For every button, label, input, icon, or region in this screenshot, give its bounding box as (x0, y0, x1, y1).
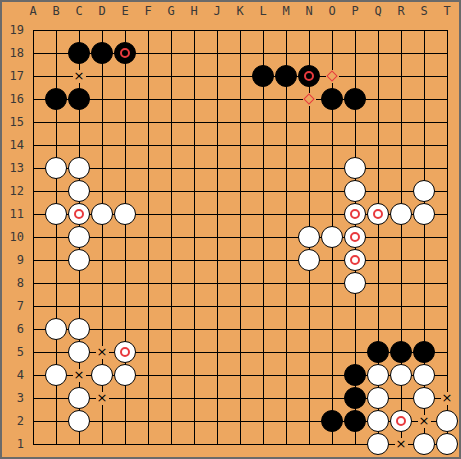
stone-white-S1[interactable] (413, 433, 435, 455)
stone-white-N9[interactable] (298, 249, 320, 271)
stone-white-T2[interactable] (436, 410, 458, 432)
col-label-M: M (275, 2, 298, 19)
col-label-H: H (183, 2, 206, 19)
x-mark-T3: × (441, 392, 454, 405)
stone-black-E18[interactable] (114, 42, 136, 64)
stone-white-R4[interactable] (390, 364, 412, 386)
stone-white-C3[interactable] (68, 387, 90, 409)
col-label-N: N (298, 2, 321, 19)
x-mark-C17: × (73, 70, 86, 83)
col-label-K: K (229, 2, 252, 19)
circle-mark-P9 (350, 255, 360, 265)
col-label-R: R (390, 2, 413, 19)
x-mark-C4: × (73, 369, 86, 382)
diamond-mark-O17 (326, 70, 339, 83)
stone-white-C9[interactable] (68, 249, 90, 271)
stone-white-B6[interactable] (45, 318, 67, 340)
stone-white-E11[interactable] (114, 203, 136, 225)
circle-mark-R2 (396, 416, 406, 426)
x-mark-D3: × (96, 392, 109, 405)
stone-white-B13[interactable] (45, 157, 67, 179)
x-mark-S2: × (418, 415, 431, 428)
stone-white-S12[interactable] (413, 180, 435, 202)
stone-white-S11[interactable] (413, 203, 435, 225)
stone-black-R5[interactable] (390, 341, 412, 363)
diamond-mark-shape (303, 93, 314, 104)
col-label-A: A (22, 2, 45, 19)
col-label-J: J (206, 2, 229, 19)
col-label-E: E (114, 2, 137, 19)
stone-white-C5[interactable] (68, 341, 90, 363)
col-label-S: S (413, 2, 436, 19)
circle-mark-P11 (350, 209, 360, 219)
circle-mark-N17 (304, 71, 314, 81)
stone-white-C6[interactable] (68, 318, 90, 340)
stone-white-C11[interactable] (68, 203, 90, 225)
col-label-T: T (436, 2, 459, 19)
stone-white-C2[interactable] (68, 410, 90, 432)
stone-black-O16[interactable] (321, 88, 343, 110)
column-labels: ABCDEFGHJKLMNOPQRST (22, 2, 459, 19)
go-diagram: ABCDEFGHJKLMNOPQRST 19181716151413121110… (0, 0, 461, 459)
col-label-D: D (91, 2, 114, 19)
circle-mark-Q11 (373, 209, 383, 219)
circle-mark-E5 (120, 347, 130, 357)
stone-white-P11[interactable] (344, 203, 366, 225)
stone-black-P16[interactable] (344, 88, 366, 110)
stone-black-S5[interactable] (413, 341, 435, 363)
col-label-G: G (160, 2, 183, 19)
stone-black-C18[interactable] (68, 42, 90, 64)
stone-white-D11[interactable] (91, 203, 113, 225)
col-label-C: C (68, 2, 91, 19)
stone-black-D18[interactable] (91, 42, 113, 64)
circle-mark-P10 (350, 232, 360, 242)
stone-black-Q5[interactable] (367, 341, 389, 363)
stone-white-B4[interactable] (45, 364, 67, 386)
col-label-L: L (252, 2, 275, 19)
stone-white-B11[interactable] (45, 203, 67, 225)
col-label-B: B (45, 2, 68, 19)
col-label-Q: Q (367, 2, 390, 19)
stone-white-P12[interactable] (344, 180, 366, 202)
stone-white-P13[interactable] (344, 157, 366, 179)
stone-white-D4[interactable] (91, 364, 113, 386)
stone-white-Q2[interactable] (367, 410, 389, 432)
stone-white-R11[interactable] (390, 203, 412, 225)
x-mark-D5: × (96, 346, 109, 359)
stone-white-E5[interactable] (114, 341, 136, 363)
stone-white-R2[interactable] (390, 410, 412, 432)
stone-white-C10[interactable] (68, 226, 90, 248)
stone-white-Q4[interactable] (367, 364, 389, 386)
diamond-mark-N16 (303, 93, 316, 106)
stone-white-S4[interactable] (413, 364, 435, 386)
stone-white-C13[interactable] (68, 157, 90, 179)
stone-white-Q11[interactable] (367, 203, 389, 225)
stone-white-P8[interactable] (344, 272, 366, 294)
stone-white-P10[interactable] (344, 226, 366, 248)
circle-mark-E18 (120, 48, 130, 58)
x-mark-R1: × (395, 438, 408, 451)
stone-black-P3[interactable] (344, 387, 366, 409)
stone-black-N17[interactable] (298, 65, 320, 87)
stone-black-L17[interactable] (252, 65, 274, 87)
diamond-mark-shape (326, 70, 337, 81)
stone-white-Q1[interactable] (367, 433, 389, 455)
stone-black-B16[interactable] (45, 88, 67, 110)
stone-black-C16[interactable] (68, 88, 90, 110)
stone-black-P2[interactable] (344, 410, 366, 432)
stone-black-M17[interactable] (275, 65, 297, 87)
stone-white-E4[interactable] (114, 364, 136, 386)
stone-white-T1[interactable] (436, 433, 458, 455)
stone-white-S3[interactable] (413, 387, 435, 409)
go-board[interactable]: ××××××× (22, 19, 459, 456)
col-label-O: O (321, 2, 344, 19)
stone-black-O2[interactable] (321, 410, 343, 432)
stone-white-N10[interactable] (298, 226, 320, 248)
col-label-F: F (137, 2, 160, 19)
circle-mark-C11 (74, 209, 84, 219)
col-label-P: P (344, 2, 367, 19)
stone-white-O10[interactable] (321, 226, 343, 248)
stone-white-P9[interactable] (344, 249, 366, 271)
stone-white-C12[interactable] (68, 180, 90, 202)
stone-white-Q3[interactable] (367, 387, 389, 409)
stone-black-P4[interactable] (344, 364, 366, 386)
